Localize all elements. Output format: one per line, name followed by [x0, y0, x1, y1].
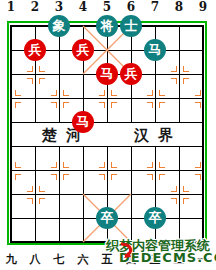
point-marker: [159, 102, 165, 108]
xiangqi-diagram: 123456789 楚河 汉界 象将士马兵兵马兵马卒卒 九八七六五四三二一 织梦…: [0, 0, 216, 270]
top-coord-label: 3: [51, 0, 67, 14]
point-marker: [147, 90, 153, 96]
watermark-logo-icon: [116, 241, 138, 265]
point-marker: [111, 162, 117, 168]
point-marker: [195, 102, 201, 108]
piece-red-pawn[interactable]: 兵: [72, 39, 94, 61]
piece-black-pawn[interactable]: 卒: [144, 207, 166, 229]
point-marker: [39, 198, 45, 204]
point-marker: [171, 66, 177, 72]
top-coord-label: 5: [99, 0, 115, 14]
point-marker: [63, 162, 69, 168]
point-marker: [39, 78, 45, 84]
point-marker: [159, 162, 165, 168]
point-marker: [51, 102, 57, 108]
grid-hline: [11, 122, 203, 123]
point-marker: [171, 186, 177, 192]
point-marker: [15, 174, 21, 180]
point-marker: [159, 90, 165, 96]
point-marker: [15, 90, 21, 96]
bottom-coord-label: 六: [75, 253, 91, 267]
top-coord-label: 9: [195, 0, 211, 14]
top-coord-label: 8: [171, 0, 187, 14]
grid-vline: [35, 146, 36, 242]
point-marker: [183, 66, 189, 72]
piece-red-pawn[interactable]: 兵: [120, 63, 142, 85]
point-marker: [147, 102, 153, 108]
bottom-coord-label: 九: [3, 253, 19, 267]
point-marker: [99, 102, 105, 108]
point-marker: [99, 174, 105, 180]
point-marker: [39, 186, 45, 192]
point-marker: [63, 102, 69, 108]
grid-vline: [59, 26, 60, 122]
piece-black-horse[interactable]: 马: [144, 39, 166, 61]
bottom-coord-label: 七: [51, 253, 67, 267]
point-marker: [171, 78, 177, 84]
point-marker: [27, 78, 33, 84]
point-marker: [147, 174, 153, 180]
board-edge-right: [202, 25, 204, 243]
bottom-coord-label: 八: [27, 253, 43, 267]
river-label-right: 汉界: [134, 126, 182, 144]
point-marker: [27, 186, 33, 192]
point-marker: [51, 162, 57, 168]
point-marker: [51, 90, 57, 96]
point-marker: [15, 162, 21, 168]
piece-black-elephant[interactable]: 象: [48, 15, 70, 37]
point-marker: [51, 174, 57, 180]
point-marker: [39, 66, 45, 72]
grid-vline: [83, 146, 84, 242]
top-coord-label: 6: [123, 0, 139, 14]
point-marker: [183, 186, 189, 192]
top-coord-label: 2: [27, 0, 43, 14]
point-marker: [171, 198, 177, 204]
piece-red-horse[interactable]: 马: [72, 111, 94, 133]
top-coord-label: 1: [3, 0, 19, 14]
piece-black-pawn[interactable]: 卒: [96, 207, 118, 229]
point-marker: [99, 162, 105, 168]
point-marker: [111, 174, 117, 180]
piece-black-general[interactable]: 将: [96, 15, 118, 37]
point-marker: [27, 66, 33, 72]
point-marker: [195, 90, 201, 96]
point-marker: [159, 174, 165, 180]
point-marker: [195, 174, 201, 180]
bottom-coord-label: 五: [99, 253, 115, 267]
point-marker: [63, 90, 69, 96]
point-marker: [63, 174, 69, 180]
point-marker: [183, 78, 189, 84]
piece-black-advisor[interactable]: 士: [120, 15, 142, 37]
grid-vline: [131, 146, 132, 242]
point-marker: [111, 90, 117, 96]
grid-vline: [179, 26, 180, 122]
top-coord-label: 4: [75, 0, 91, 14]
grid-vline: [59, 146, 60, 242]
grid-vline: [179, 146, 180, 242]
point-marker: [99, 90, 105, 96]
point-marker: [147, 162, 153, 168]
piece-red-pawn[interactable]: 兵: [24, 39, 46, 61]
point-marker: [27, 198, 33, 204]
piece-red-horse[interactable]: 马: [96, 63, 118, 85]
point-marker: [195, 162, 201, 168]
point-marker: [111, 102, 117, 108]
point-marker: [15, 102, 21, 108]
point-marker: [183, 198, 189, 204]
top-coord-label: 7: [147, 0, 163, 14]
board-edge-left: [10, 25, 12, 243]
